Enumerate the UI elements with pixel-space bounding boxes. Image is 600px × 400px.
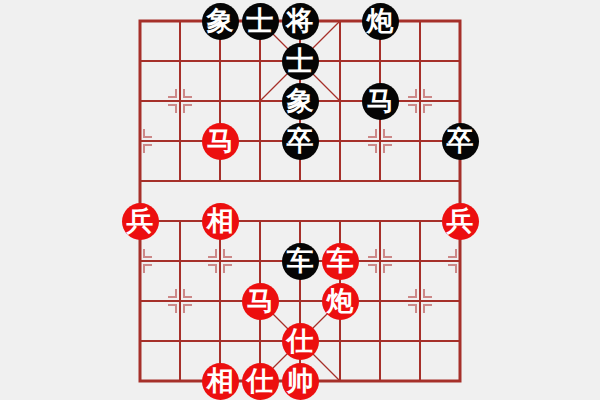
board-point-6-7 bbox=[360, 281, 400, 321]
board-point-1-3 bbox=[160, 121, 200, 161]
board-point-4-2: 象 bbox=[280, 81, 320, 121]
board-point-6-6 bbox=[360, 241, 400, 281]
board-point-6-0: 炮 bbox=[360, 1, 400, 41]
piece-red-soldier[interactable]: 兵 bbox=[442, 203, 479, 240]
board-point-0-2 bbox=[120, 81, 160, 121]
piece-red-elephant[interactable]: 相 bbox=[202, 363, 239, 400]
board-point-0-3 bbox=[120, 121, 160, 161]
board-point-8-2 bbox=[440, 81, 480, 121]
piece-black-soldier[interactable]: 卒 bbox=[442, 123, 479, 160]
board-point-7-8 bbox=[400, 321, 440, 361]
board-point-4-0: 将 bbox=[280, 1, 320, 41]
board-point-7-0 bbox=[400, 1, 440, 41]
board-point-5-9 bbox=[320, 361, 360, 400]
board-point-0-9 bbox=[120, 361, 160, 400]
board-point-5-0 bbox=[320, 1, 360, 41]
piece-red-horse[interactable]: 马 bbox=[242, 283, 279, 320]
board-point-3-6 bbox=[240, 241, 280, 281]
board-point-0-8 bbox=[120, 321, 160, 361]
piece-black-soldier[interactable]: 卒 bbox=[282, 123, 319, 160]
board-point-2-5: 相 bbox=[200, 201, 240, 241]
board-point-6-8 bbox=[360, 321, 400, 361]
board-intersections: 象士将炮士象马马卒卒兵相兵车车马炮仕相仕帅 bbox=[120, 1, 480, 400]
piece-black-advisor[interactable]: 士 bbox=[282, 43, 319, 80]
board-point-2-0: 象 bbox=[200, 1, 240, 41]
board-point-2-2 bbox=[200, 81, 240, 121]
piece-red-horse[interactable]: 马 bbox=[202, 123, 239, 160]
board-point-5-5 bbox=[320, 201, 360, 241]
board-point-7-1 bbox=[400, 41, 440, 81]
board-point-4-3: 卒 bbox=[280, 121, 320, 161]
piece-red-chariot[interactable]: 车 bbox=[322, 243, 359, 280]
board-point-5-4 bbox=[320, 161, 360, 201]
board-point-7-6 bbox=[400, 241, 440, 281]
piece-red-general[interactable]: 帅 bbox=[282, 363, 319, 400]
board-point-2-3: 马 bbox=[200, 121, 240, 161]
board-point-8-4 bbox=[440, 161, 480, 201]
board-point-3-9: 仕 bbox=[240, 361, 280, 400]
piece-black-cannon[interactable]: 炮 bbox=[362, 3, 399, 40]
board-point-0-4 bbox=[120, 161, 160, 201]
board-point-1-5 bbox=[160, 201, 200, 241]
piece-red-cannon[interactable]: 炮 bbox=[322, 283, 359, 320]
board-point-5-7: 炮 bbox=[320, 281, 360, 321]
board-point-1-4 bbox=[160, 161, 200, 201]
board-point-3-5 bbox=[240, 201, 280, 241]
board-point-1-0 bbox=[160, 1, 200, 41]
board-point-6-3 bbox=[360, 121, 400, 161]
piece-red-advisor[interactable]: 仕 bbox=[282, 323, 319, 360]
piece-black-elephant[interactable]: 象 bbox=[202, 3, 239, 40]
piece-red-elephant[interactable]: 相 bbox=[202, 203, 239, 240]
piece-black-advisor[interactable]: 士 bbox=[242, 3, 279, 40]
board-point-4-1: 士 bbox=[280, 41, 320, 81]
board-point-1-2 bbox=[160, 81, 200, 121]
board-point-7-7 bbox=[400, 281, 440, 321]
board-point-2-6 bbox=[200, 241, 240, 281]
piece-red-soldier[interactable]: 兵 bbox=[122, 203, 159, 240]
board-point-4-9: 帅 bbox=[280, 361, 320, 400]
board-point-4-8: 仕 bbox=[280, 321, 320, 361]
board-point-2-8 bbox=[200, 321, 240, 361]
board-point-6-1 bbox=[360, 41, 400, 81]
board-point-0-5: 兵 bbox=[120, 201, 160, 241]
board-point-7-2 bbox=[400, 81, 440, 121]
board-point-3-8 bbox=[240, 321, 280, 361]
board-point-2-9: 相 bbox=[200, 361, 240, 400]
board-point-7-9 bbox=[400, 361, 440, 400]
board-point-7-5 bbox=[400, 201, 440, 241]
board-point-0-6 bbox=[120, 241, 160, 281]
board-point-5-8 bbox=[320, 321, 360, 361]
board-point-6-5 bbox=[360, 201, 400, 241]
board-point-8-3: 卒 bbox=[440, 121, 480, 161]
board-point-0-7 bbox=[120, 281, 160, 321]
board-point-4-7 bbox=[280, 281, 320, 321]
board-point-8-9 bbox=[440, 361, 480, 400]
board-point-4-6: 车 bbox=[280, 241, 320, 281]
board-point-8-0 bbox=[440, 1, 480, 41]
board-point-8-1 bbox=[440, 41, 480, 81]
piece-black-general[interactable]: 将 bbox=[282, 3, 319, 40]
board-point-1-7 bbox=[160, 281, 200, 321]
board-point-3-1 bbox=[240, 41, 280, 81]
board-point-8-7 bbox=[440, 281, 480, 321]
board-point-4-4 bbox=[280, 161, 320, 201]
board-point-1-9 bbox=[160, 361, 200, 400]
board-point-3-3 bbox=[240, 121, 280, 161]
board-point-5-3 bbox=[320, 121, 360, 161]
board-point-6-9 bbox=[360, 361, 400, 400]
board-point-8-5: 兵 bbox=[440, 201, 480, 241]
board-point-3-0: 士 bbox=[240, 1, 280, 41]
board-point-0-0 bbox=[120, 1, 160, 41]
board-point-3-2 bbox=[240, 81, 280, 121]
board-point-6-4 bbox=[360, 161, 400, 201]
piece-red-advisor[interactable]: 仕 bbox=[242, 363, 279, 400]
board-point-1-1 bbox=[160, 41, 200, 81]
board-point-2-1 bbox=[200, 41, 240, 81]
board-point-8-8 bbox=[440, 321, 480, 361]
board-point-1-6 bbox=[160, 241, 200, 281]
board-point-8-6 bbox=[440, 241, 480, 281]
board-point-7-3 bbox=[400, 121, 440, 161]
board-point-6-2: 马 bbox=[360, 81, 400, 121]
board-point-2-4 bbox=[200, 161, 240, 201]
board-point-7-4 bbox=[400, 161, 440, 201]
board-point-5-2 bbox=[320, 81, 360, 121]
piece-black-chariot[interactable]: 车 bbox=[282, 243, 319, 280]
board-point-3-4 bbox=[240, 161, 280, 201]
board-point-4-5 bbox=[280, 201, 320, 241]
piece-black-elephant[interactable]: 象 bbox=[282, 83, 319, 120]
board-point-5-6: 车 bbox=[320, 241, 360, 281]
xiangqi-board: 象士将炮士象马马卒卒兵相兵车车马炮仕相仕帅 bbox=[0, 0, 600, 400]
board-point-1-8 bbox=[160, 321, 200, 361]
board-point-5-1 bbox=[320, 41, 360, 81]
board-point-0-1 bbox=[120, 41, 160, 81]
board-point-2-7 bbox=[200, 281, 240, 321]
piece-black-horse[interactable]: 马 bbox=[362, 83, 399, 120]
board-point-3-7: 马 bbox=[240, 281, 280, 321]
